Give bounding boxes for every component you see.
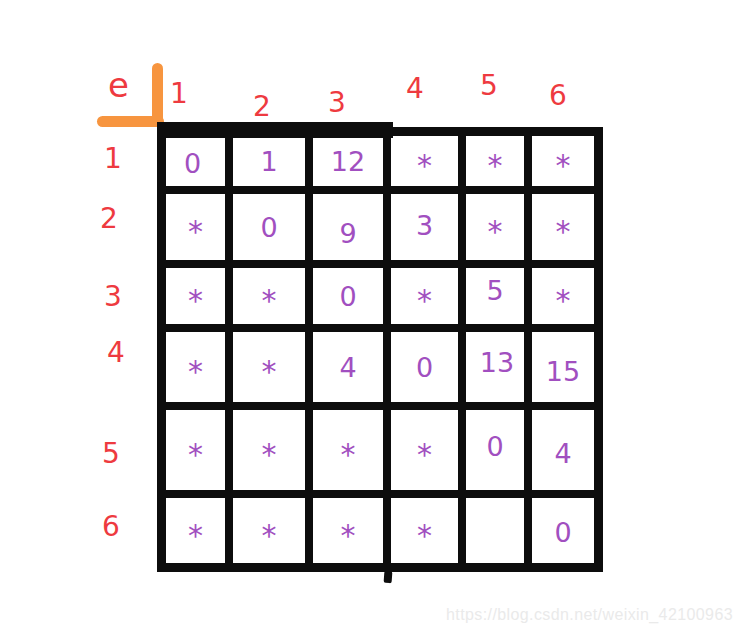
cell-r4c5: 13 [466, 332, 532, 410]
cell-value: * [417, 521, 432, 551]
cell-value: 0 [554, 519, 571, 546]
col-header-3: 3 [328, 89, 346, 117]
cell-r2c2: 0 [233, 194, 313, 268]
cell-value: 12 [331, 148, 365, 175]
cell-value: * [488, 217, 503, 247]
row-header-1: 1 [104, 145, 122, 173]
cell-r4c3: 4 [313, 332, 391, 410]
watermark-url-text: https://blog.csdn.net/weixin_42100963 [446, 606, 733, 624]
cell-value: 0 [416, 354, 433, 381]
cell-r2c4: 3 [391, 194, 466, 268]
cell-value: * [262, 440, 277, 470]
origin-corner-mark-horizontal-stroke [97, 116, 164, 127]
cell-value: 0 [339, 283, 356, 310]
cell-r3c5: 5 [466, 268, 532, 332]
cell-value: * [188, 440, 203, 470]
cell-value: * [417, 286, 432, 316]
cell-r5c4: * [391, 410, 466, 498]
cell-r2c1: * [166, 194, 233, 268]
cell-r6c4: * [391, 498, 466, 563]
cell-r6c2: * [233, 498, 313, 563]
cell-r3c3: 0 [313, 268, 391, 332]
cell-r3c6: * [532, 268, 594, 332]
cell-value: 15 [546, 358, 580, 385]
cell-value: 1 [260, 148, 277, 175]
matrix-diagram-sheet: e 123456 123456 0112****093****0*5***401… [0, 0, 735, 640]
cell-value: 13 [480, 349, 514, 376]
cell-r6c3: * [313, 498, 391, 563]
col-header-4: 4 [406, 75, 424, 103]
cell-value: * [417, 440, 432, 470]
cell-value: 4 [554, 440, 571, 467]
cell-value: * [262, 286, 277, 316]
cell-r2c5: * [466, 194, 532, 268]
cell-r3c1: * [166, 268, 233, 332]
cell-value: * [188, 286, 203, 316]
cell-value: * [262, 521, 277, 551]
cell-value: 9 [339, 220, 356, 247]
cell-r4c1: * [166, 332, 233, 410]
row-header-4: 4 [107, 339, 125, 367]
cell-r1c6: * [532, 136, 594, 194]
row-header-5: 5 [102, 440, 120, 468]
matrix-name-label: e [108, 68, 129, 102]
cell-value: 0 [486, 433, 503, 460]
cell-value: * [417, 151, 432, 181]
matrix-grid: 0112****093****0*5***401315****04****0 [157, 127, 603, 572]
cell-value: * [188, 357, 203, 387]
cell-value: 0 [260, 214, 277, 241]
col-header-5: 5 [480, 72, 498, 100]
cell-value: * [556, 286, 571, 316]
cell-r1c1: 0 [166, 136, 233, 194]
cell-value: 5 [486, 277, 503, 304]
cell-r5c5: 0 [466, 410, 532, 498]
row-header-3: 3 [104, 283, 122, 311]
cell-r2c6: * [532, 194, 594, 268]
cell-r5c1: * [166, 410, 233, 498]
cell-r4c6: 15 [532, 332, 594, 410]
cell-r1c3: 12 [313, 136, 391, 194]
cell-r6c1: * [166, 498, 233, 563]
cell-value: 0 [184, 150, 201, 177]
col-header-1: 1 [170, 80, 188, 108]
cell-r3c4: * [391, 268, 466, 332]
cell-r1c5: * [466, 136, 532, 194]
cell-value: * [556, 217, 571, 247]
cell-value: * [188, 521, 203, 551]
cell-r6c6: 0 [532, 498, 594, 563]
cell-value: * [341, 521, 356, 551]
grid-top-border-thick-stroke [157, 122, 393, 138]
cell-value: * [341, 440, 356, 470]
cell-r3c2: * [233, 268, 313, 332]
col-header-6: 6 [549, 82, 567, 110]
cell-r5c6: 4 [532, 410, 594, 498]
cell-value: * [188, 217, 203, 247]
cell-r4c2: * [233, 332, 313, 410]
cell-r1c2: 1 [233, 136, 313, 194]
cell-r5c3: * [313, 410, 391, 498]
cell-value: * [262, 357, 277, 387]
cell-r5c2: * [233, 410, 313, 498]
cell-r2c3: 9 [313, 194, 391, 268]
cell-value: 4 [339, 354, 356, 381]
row-header-2: 2 [100, 205, 118, 233]
cell-r4c4: 0 [391, 332, 466, 410]
cell-value: * [556, 151, 571, 181]
cell-value: * [488, 151, 503, 181]
cell-r6c5 [466, 498, 532, 563]
cell-r1c4: * [391, 136, 466, 194]
grid-line-overshoot-bottom [384, 571, 393, 584]
row-header-6: 6 [102, 513, 120, 541]
cell-value: 3 [416, 212, 433, 239]
col-header-2: 2 [253, 93, 271, 121]
